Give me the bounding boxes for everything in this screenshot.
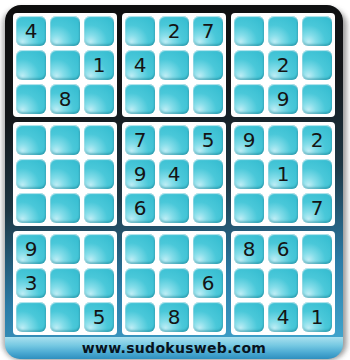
box-r3c2: 68 [122,231,226,335]
cell-r5c8[interactable]: 1 [268,159,298,189]
cell-r1c3[interactable] [84,16,114,46]
cell-r5c7[interactable] [234,159,264,189]
cell-r2c4[interactable]: 4 [125,50,155,80]
cell-r1c8[interactable] [268,16,298,46]
cell-r1c9[interactable] [302,16,332,46]
cell-r5c5[interactable]: 4 [159,159,189,189]
cell-r6c1[interactable] [16,193,46,223]
box-r2c1 [13,122,117,226]
cell-r2c2[interactable] [50,50,80,80]
cell-r2c3[interactable]: 1 [84,50,114,80]
cell-r6c3[interactable] [84,193,114,223]
cell-r6c5[interactable] [159,193,189,223]
cell-r6c7[interactable] [234,193,264,223]
cell-r3c9[interactable] [302,84,332,114]
cell-r1c4[interactable] [125,16,155,46]
cell-r3c5[interactable] [159,84,189,114]
cell-r9c3[interactable]: 5 [84,302,114,332]
cell-r4c5[interactable] [159,125,189,155]
cell-r6c8[interactable] [268,193,298,223]
cell-r3c4[interactable] [125,84,155,114]
box-r1c3: 29 [231,13,335,117]
cell-r3c3[interactable] [84,84,114,114]
cell-r9c4[interactable] [125,302,155,332]
cell-r6c2[interactable] [50,193,80,223]
cell-r3c2[interactable]: 8 [50,84,80,114]
cell-r6c6[interactable] [193,193,223,223]
cell-r3c1[interactable] [16,84,46,114]
cell-r2c8[interactable]: 2 [268,50,298,80]
cell-r7c3[interactable] [84,234,114,264]
cell-r2c7[interactable] [234,50,264,80]
cell-r9c2[interactable] [50,302,80,332]
box-r1c1: 418 [13,13,117,117]
cell-r8c6[interactable]: 6 [193,268,223,298]
cell-r2c6[interactable] [193,50,223,80]
cell-r2c1[interactable] [16,50,46,80]
cell-r7c4[interactable] [125,234,155,264]
cell-r8c4[interactable] [125,268,155,298]
cell-r1c1[interactable]: 4 [16,16,46,46]
cell-r6c9[interactable]: 7 [302,193,332,223]
cell-r8c8[interactable] [268,268,298,298]
box-r2c2: 75946 [122,122,226,226]
cell-r2c5[interactable] [159,50,189,80]
cell-r3c6[interactable] [193,84,223,114]
cell-r5c4[interactable]: 9 [125,159,155,189]
cell-r7c5[interactable] [159,234,189,264]
cell-r4c4[interactable]: 7 [125,125,155,155]
cell-r1c5[interactable]: 2 [159,16,189,46]
cell-r5c3[interactable] [84,159,114,189]
cell-r2c9[interactable] [302,50,332,80]
cell-r8c7[interactable] [234,268,264,298]
cell-r4c7[interactable]: 9 [234,125,264,155]
box-r3c3: 8641 [231,231,335,335]
cell-r1c7[interactable] [234,16,264,46]
cell-r8c9[interactable] [302,268,332,298]
sudoku-grid: 41827429759469217935688641 [13,13,335,335]
cell-r7c7[interactable]: 8 [234,234,264,264]
sudoku-board: 41827429759469217935688641 www.sudokuswe… [5,5,343,355]
cell-r9c7[interactable] [234,302,264,332]
cell-r5c6[interactable] [193,159,223,189]
cell-r7c6[interactable] [193,234,223,264]
cell-r4c6[interactable]: 5 [193,125,223,155]
cell-r7c1[interactable]: 9 [16,234,46,264]
cell-r5c9[interactable] [302,159,332,189]
cell-r8c2[interactable] [50,268,80,298]
box-r1c2: 274 [122,13,226,117]
cell-r4c2[interactable] [50,125,80,155]
cell-r7c9[interactable] [302,234,332,264]
cell-r3c8[interactable]: 9 [268,84,298,114]
cell-r3c7[interactable] [234,84,264,114]
cell-r4c9[interactable]: 2 [302,125,332,155]
cell-r4c3[interactable] [84,125,114,155]
cell-r4c1[interactable] [16,125,46,155]
cell-r8c1[interactable]: 3 [16,268,46,298]
cell-r4c8[interactable] [268,125,298,155]
cell-r5c2[interactable] [50,159,80,189]
cell-r9c5[interactable]: 8 [159,302,189,332]
cell-r7c8[interactable]: 6 [268,234,298,264]
footer-band: www.sudokusweb.com [5,337,343,359]
cell-r8c5[interactable] [159,268,189,298]
cell-r9c9[interactable]: 1 [302,302,332,332]
cell-r9c8[interactable]: 4 [268,302,298,332]
cell-r1c2[interactable] [50,16,80,46]
footer-url: www.sudokusweb.com [82,340,266,356]
cell-r8c3[interactable] [84,268,114,298]
cell-r1c6[interactable]: 7 [193,16,223,46]
cell-r9c6[interactable] [193,302,223,332]
cell-r6c4[interactable]: 6 [125,193,155,223]
box-r3c1: 935 [13,231,117,335]
box-r2c3: 9217 [231,122,335,226]
cell-r5c1[interactable] [16,159,46,189]
cell-r7c2[interactable] [50,234,80,264]
cell-r9c1[interactable] [16,302,46,332]
